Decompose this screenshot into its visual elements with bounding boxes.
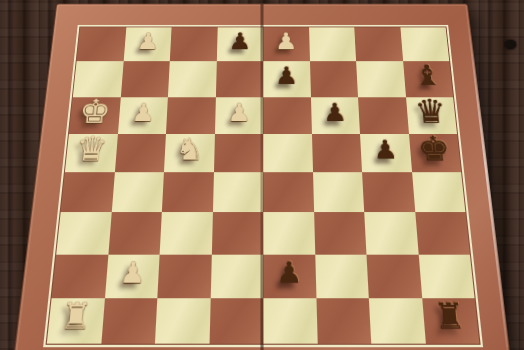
chess-board: ♟♟♟♟♝♚♟♟♟♛♛♞♟♚♟♟♜♜	[11, 4, 513, 350]
square	[412, 172, 466, 212]
square	[77, 27, 126, 61]
square	[120, 61, 169, 96]
square	[315, 254, 369, 298]
square	[263, 298, 317, 344]
square	[316, 298, 371, 344]
square: ♟	[104, 254, 159, 298]
square	[157, 254, 211, 298]
black-pawn: ♟	[228, 30, 251, 53]
square	[108, 212, 162, 254]
white-king: ♚	[78, 95, 112, 128]
square	[211, 212, 263, 254]
square: ♛	[65, 134, 118, 172]
square	[310, 61, 358, 96]
square	[101, 298, 157, 344]
black-pawn: ♟	[323, 100, 347, 125]
black-bishop: ♝	[413, 62, 443, 90]
square	[56, 212, 111, 254]
square	[369, 298, 426, 344]
square	[309, 27, 357, 61]
square	[263, 172, 314, 212]
square	[263, 134, 313, 172]
square: ♟	[263, 27, 310, 61]
square: ♟	[117, 97, 167, 134]
square	[209, 298, 263, 344]
square	[415, 212, 470, 254]
board-frame: ♟♟♟♟♝♚♟♟♟♛♛♞♟♚♟♟♜♜	[11, 4, 513, 350]
square	[364, 212, 418, 254]
square: ♟	[360, 134, 412, 172]
square	[354, 27, 402, 61]
square	[162, 172, 214, 212]
square	[356, 61, 405, 96]
square	[313, 172, 365, 212]
square: ♟	[263, 61, 311, 96]
square	[311, 134, 362, 172]
square: ♟	[214, 97, 263, 134]
square	[314, 212, 367, 254]
white-queen: ♛	[74, 132, 109, 166]
square: ♟	[263, 254, 316, 298]
square	[155, 298, 210, 344]
square: ♟	[123, 27, 171, 61]
square	[366, 254, 421, 298]
black-queen: ♛	[414, 95, 448, 128]
square	[362, 172, 415, 212]
square	[418, 254, 474, 298]
black-pawn: ♟	[276, 258, 302, 287]
square: ♜	[47, 298, 105, 344]
square	[263, 97, 312, 134]
square	[111, 172, 164, 212]
black-king: ♚	[417, 132, 452, 166]
square	[61, 172, 115, 212]
square	[212, 172, 263, 212]
square	[215, 61, 263, 96]
square	[160, 212, 213, 254]
square: ♞	[164, 134, 215, 172]
square	[114, 134, 166, 172]
square: ♟	[216, 27, 263, 61]
board-fold-seam	[260, 4, 263, 350]
white-pawn: ♟	[275, 30, 298, 53]
square: ♚	[408, 134, 461, 172]
square	[170, 27, 217, 61]
square	[213, 134, 263, 172]
square	[168, 61, 216, 96]
square	[263, 212, 315, 254]
square: ♜	[422, 298, 480, 344]
black-pawn: ♟	[373, 137, 399, 163]
white-pawn: ♟	[119, 258, 146, 287]
square	[210, 254, 263, 298]
white-pawn: ♟	[136, 30, 160, 53]
square	[52, 254, 108, 298]
white-knight: ♞	[175, 134, 205, 164]
white-rook: ♜	[59, 298, 93, 334]
square	[166, 97, 215, 134]
black-pawn: ♟	[275, 64, 298, 88]
white-pawn: ♟	[131, 100, 156, 125]
square: ♟	[310, 97, 360, 134]
square	[358, 97, 408, 134]
black-rook: ♜	[433, 298, 467, 334]
wood-knot	[505, 40, 516, 49]
square	[400, 27, 449, 61]
white-pawn: ♟	[227, 100, 251, 125]
wood-floor: ♟♟♟♟♝♚♟♟♟♛♛♞♟♚♟♟♜♜	[0, 0, 524, 350]
